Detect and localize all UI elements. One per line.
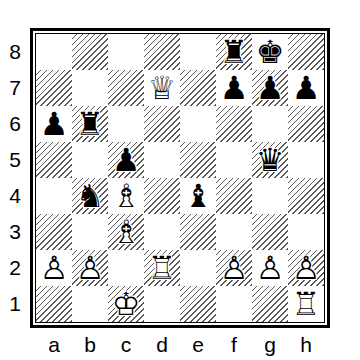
square-c1[interactable]: ♚♔ [108,286,144,322]
rank-label-6: 6 [2,106,28,142]
black-rook-backing: ♜ [216,34,252,70]
white-pawn-backing: ♟ [288,250,324,286]
black-pawn: ♟ [288,70,324,106]
square-a1[interactable] [36,286,72,322]
square-h4[interactable] [288,178,324,214]
square-f8[interactable]: ♜♜ [216,34,252,70]
black-bishop: ♝ [180,178,216,214]
white-bishop: ♗ [108,178,144,214]
black-pawn-backing: ♟ [108,142,144,178]
square-a5[interactable] [36,142,72,178]
file-label-g: g [252,332,288,358]
black-pawn: ♟ [108,142,144,178]
square-a4[interactable] [36,178,72,214]
black-pawn-backing: ♟ [288,70,324,106]
white-pawn: ♙ [36,250,72,286]
square-g1[interactable] [252,286,288,322]
black-pawn: ♟ [36,106,72,142]
square-d1[interactable] [144,286,180,322]
square-h8[interactable] [288,34,324,70]
white-queen-backing: ♛ [144,70,180,106]
square-e5[interactable] [180,142,216,178]
white-pawn: ♙ [216,250,252,286]
file-label-h: h [288,332,324,358]
square-c8[interactable] [108,34,144,70]
square-g8[interactable]: ♚♚ [252,34,288,70]
black-rook: ♜ [72,106,108,142]
white-queen: ♕ [144,70,180,106]
rank-label-1: 1 [2,286,28,322]
white-pawn-backing: ♟ [36,250,72,286]
square-a2[interactable]: ♟♙ [36,250,72,286]
white-pawn: ♙ [72,250,108,286]
rank-label-8: 8 [2,34,28,70]
black-bishop-backing: ♝ [180,178,216,214]
square-e7[interactable] [180,70,216,106]
square-d2[interactable]: ♜♖ [144,250,180,286]
square-f2[interactable]: ♟♙ [216,250,252,286]
white-pawn: ♙ [288,250,324,286]
square-f7[interactable]: ♟♟ [216,70,252,106]
file-label-c: c [108,332,144,358]
square-d6[interactable] [144,106,180,142]
black-pawn: ♟ [252,70,288,106]
white-bishop: ♗ [108,214,144,250]
square-f5[interactable] [216,142,252,178]
black-king: ♚ [252,34,288,70]
black-rook: ♜ [216,34,252,70]
square-h7[interactable]: ♟♟ [288,70,324,106]
black-queen-backing: ♛ [252,142,288,178]
black-rook-backing: ♜ [72,106,108,142]
square-f3[interactable] [216,214,252,250]
square-b5[interactable] [72,142,108,178]
file-label-e: e [180,332,216,358]
square-d3[interactable] [144,214,180,250]
black-pawn-backing: ♟ [36,106,72,142]
black-pawn-backing: ♟ [216,70,252,106]
white-bishop-backing: ♝ [108,214,144,250]
square-d8[interactable] [144,34,180,70]
square-h5[interactable] [288,142,324,178]
square-g7[interactable]: ♟♟ [252,70,288,106]
chess-diagram: 87654321 ♜♜♚♚♛♕♟♟♟♟♟♟♟♟♜♜♟♟♛♛♞♞♝♗♝♝♝♗♟♙♟… [0,0,360,360]
square-g6[interactable] [252,106,288,142]
white-rook-backing: ♜ [144,250,180,286]
square-d4[interactable] [144,178,180,214]
square-c5[interactable]: ♟♟ [108,142,144,178]
square-c7[interactable] [108,70,144,106]
square-c4[interactable]: ♝♗ [108,178,144,214]
square-a3[interactable] [36,214,72,250]
black-queen: ♛ [252,142,288,178]
black-king-backing: ♚ [252,34,288,70]
white-rook: ♖ [144,250,180,286]
file-label-b: b [72,332,108,358]
square-d7[interactable]: ♛♕ [144,70,180,106]
white-rook: ♖ [288,286,324,322]
square-g5[interactable]: ♛♛ [252,142,288,178]
square-b3[interactable] [72,214,108,250]
white-pawn: ♙ [252,250,288,286]
white-rook-backing: ♜ [288,286,324,322]
rank-label-2: 2 [2,250,28,286]
file-label-f: f [216,332,252,358]
square-a8[interactable] [36,34,72,70]
square-e2[interactable] [180,250,216,286]
black-pawn-backing: ♟ [252,70,288,106]
file-labels: abcdefgh [36,332,324,358]
square-g2[interactable]: ♟♙ [252,250,288,286]
rank-label-7: 7 [2,70,28,106]
black-knight: ♞ [72,178,108,214]
square-c2[interactable] [108,250,144,286]
square-g3[interactable] [252,214,288,250]
square-b7[interactable] [72,70,108,106]
square-h1[interactable]: ♜♖ [288,286,324,322]
rank-labels: 87654321 [2,34,28,322]
square-a7[interactable] [36,70,72,106]
rank-label-3: 3 [2,214,28,250]
file-label-a: a [36,332,72,358]
square-a6[interactable]: ♟♟ [36,106,72,142]
square-d5[interactable] [144,142,180,178]
file-label-d: d [144,332,180,358]
chess-board: ♜♜♚♚♛♕♟♟♟♟♟♟♟♟♜♜♟♟♛♛♞♞♝♗♝♝♝♗♟♙♟♙♜♖♟♙♟♙♟♙… [35,33,325,323]
square-f6[interactable] [216,106,252,142]
white-king: ♔ [108,286,144,322]
white-pawn-backing: ♟ [72,250,108,286]
square-b8[interactable] [72,34,108,70]
white-pawn-backing: ♟ [216,250,252,286]
white-bishop-backing: ♝ [108,178,144,214]
rank-label-5: 5 [2,142,28,178]
square-b6[interactable]: ♜♜ [72,106,108,142]
square-f4[interactable] [216,178,252,214]
square-h6[interactable] [288,106,324,142]
square-f1[interactable] [216,286,252,322]
black-pawn: ♟ [216,70,252,106]
square-c6[interactable] [108,106,144,142]
square-h2[interactable]: ♟♙ [288,250,324,286]
square-b1[interactable] [72,286,108,322]
square-h3[interactable] [288,214,324,250]
square-e4[interactable]: ♝♝ [180,178,216,214]
square-e3[interactable] [180,214,216,250]
rank-label-4: 4 [2,178,28,214]
white-pawn-backing: ♟ [252,250,288,286]
square-c3[interactable]: ♝♗ [108,214,144,250]
black-knight-backing: ♞ [72,178,108,214]
square-b4[interactable]: ♞♞ [72,178,108,214]
square-e8[interactable] [180,34,216,70]
square-e1[interactable] [180,286,216,322]
square-g4[interactable] [252,178,288,214]
square-e6[interactable] [180,106,216,142]
white-king-backing: ♚ [108,286,144,322]
square-b2[interactable]: ♟♙ [72,250,108,286]
